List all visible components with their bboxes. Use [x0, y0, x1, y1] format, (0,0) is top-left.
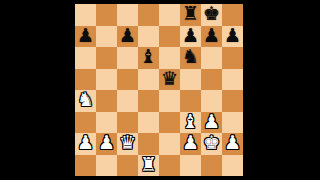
square-h4[interactable] — [222, 90, 243, 112]
square-d7[interactable] — [138, 26, 159, 48]
piece-white-pawn[interactable]: ♟ — [182, 133, 199, 152]
piece-white-king[interactable]: ♚ — [203, 133, 220, 152]
square-d4[interactable] — [138, 90, 159, 112]
square-f3[interactable]: ♝ — [180, 112, 201, 134]
square-c4[interactable] — [117, 90, 138, 112]
piece-white-pawn[interactable]: ♟ — [203, 112, 220, 131]
square-c3[interactable] — [117, 112, 138, 134]
square-d1[interactable]: ♜ — [138, 155, 159, 177]
square-d2[interactable] — [138, 133, 159, 155]
square-a4[interactable]: ♞ — [75, 90, 96, 112]
square-f5[interactable] — [180, 69, 201, 91]
square-a3[interactable] — [75, 112, 96, 134]
square-b3[interactable] — [96, 112, 117, 134]
square-b8[interactable] — [96, 4, 117, 26]
piece-white-bishop[interactable]: ♝ — [182, 112, 199, 131]
piece-white-knight[interactable]: ♞ — [77, 90, 94, 109]
square-d6[interactable]: ♝ — [138, 47, 159, 69]
square-g4[interactable] — [201, 90, 222, 112]
square-e3[interactable] — [159, 112, 180, 134]
square-g3[interactable]: ♟ — [201, 112, 222, 134]
square-h3[interactable] — [222, 112, 243, 134]
square-a8[interactable] — [75, 4, 96, 26]
video-frame-letterbox: ♜♚♟♟♟♟♟♝♞♛♞♝♟♟♟♛♟♚♟♜ — [0, 0, 320, 180]
piece-white-pawn[interactable]: ♟ — [77, 133, 94, 152]
square-e7[interactable] — [159, 26, 180, 48]
square-c6[interactable] — [117, 47, 138, 69]
square-d3[interactable] — [138, 112, 159, 134]
piece-white-rook[interactable]: ♜ — [140, 155, 157, 174]
square-d8[interactable] — [138, 4, 159, 26]
square-b2[interactable]: ♟ — [96, 133, 117, 155]
square-b6[interactable] — [96, 47, 117, 69]
square-e8[interactable] — [159, 4, 180, 26]
piece-white-pawn[interactable]: ♟ — [224, 133, 241, 152]
square-g6[interactable] — [201, 47, 222, 69]
square-e1[interactable] — [159, 155, 180, 177]
square-g2[interactable]: ♚ — [201, 133, 222, 155]
square-f7[interactable]: ♟ — [180, 26, 201, 48]
piece-black-queen[interactable]: ♛ — [161, 69, 178, 88]
square-b4[interactable] — [96, 90, 117, 112]
square-g8[interactable]: ♚ — [201, 4, 222, 26]
square-c5[interactable] — [117, 69, 138, 91]
square-f1[interactable] — [180, 155, 201, 177]
square-h1[interactable] — [222, 155, 243, 177]
square-a2[interactable]: ♟ — [75, 133, 96, 155]
piece-black-pawn[interactable]: ♟ — [203, 26, 220, 45]
square-e6[interactable] — [159, 47, 180, 69]
square-h5[interactable] — [222, 69, 243, 91]
square-g7[interactable]: ♟ — [201, 26, 222, 48]
piece-black-pawn[interactable]: ♟ — [77, 26, 94, 45]
square-a7[interactable]: ♟ — [75, 26, 96, 48]
piece-black-pawn[interactable]: ♟ — [182, 26, 199, 45]
square-h6[interactable] — [222, 47, 243, 69]
square-e5[interactable]: ♛ — [159, 69, 180, 91]
square-h2[interactable]: ♟ — [222, 133, 243, 155]
square-f4[interactable] — [180, 90, 201, 112]
square-f2[interactable]: ♟ — [180, 133, 201, 155]
piece-black-bishop[interactable]: ♝ — [140, 47, 157, 66]
square-g5[interactable] — [201, 69, 222, 91]
square-d5[interactable] — [138, 69, 159, 91]
square-c1[interactable] — [117, 155, 138, 177]
piece-black-king[interactable]: ♚ — [203, 4, 220, 23]
piece-black-pawn[interactable]: ♟ — [119, 26, 136, 45]
piece-black-knight[interactable]: ♞ — [182, 47, 199, 66]
piece-white-queen[interactable]: ♛ — [119, 133, 136, 152]
square-e2[interactable] — [159, 133, 180, 155]
square-a5[interactable] — [75, 69, 96, 91]
square-c8[interactable] — [117, 4, 138, 26]
square-f6[interactable]: ♞ — [180, 47, 201, 69]
square-f8[interactable]: ♜ — [180, 4, 201, 26]
chess-board: ♜♚♟♟♟♟♟♝♞♛♞♝♟♟♟♛♟♚♟♜ — [75, 4, 243, 176]
square-a6[interactable] — [75, 47, 96, 69]
square-c2[interactable]: ♛ — [117, 133, 138, 155]
square-c7[interactable]: ♟ — [117, 26, 138, 48]
square-e4[interactable] — [159, 90, 180, 112]
piece-white-pawn[interactable]: ♟ — [98, 133, 115, 152]
square-a1[interactable] — [75, 155, 96, 177]
square-h8[interactable] — [222, 4, 243, 26]
square-b1[interactable] — [96, 155, 117, 177]
square-g1[interactable] — [201, 155, 222, 177]
piece-black-rook[interactable]: ♜ — [182, 4, 199, 23]
piece-black-pawn[interactable]: ♟ — [224, 26, 241, 45]
square-b7[interactable] — [96, 26, 117, 48]
square-h7[interactable]: ♟ — [222, 26, 243, 48]
square-b5[interactable] — [96, 69, 117, 91]
